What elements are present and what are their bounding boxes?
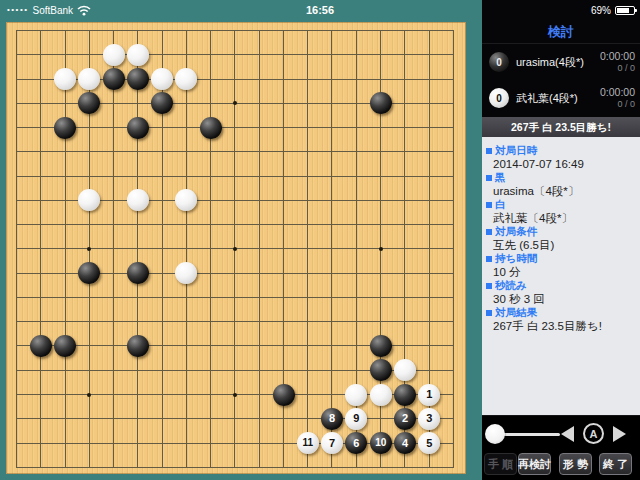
bullet-icon bbox=[486, 202, 492, 208]
info-item: 黒urasima〔4段*〕 bbox=[486, 171, 638, 198]
info-label: 秒読み bbox=[495, 279, 527, 293]
game-info-list: 対局日時2014-07-07 16:49黒urasima〔4段*〕白武礼葉〔4段… bbox=[482, 137, 640, 415]
go-stone-white bbox=[78, 189, 100, 211]
go-stone-black bbox=[127, 117, 149, 139]
player-name: urasima(4段*) bbox=[516, 44, 584, 80]
info-label: 対局結果 bbox=[495, 306, 537, 320]
go-stone-white: 11 bbox=[297, 432, 319, 454]
end-button[interactable]: 終 了 bbox=[599, 453, 632, 475]
go-stone-black bbox=[78, 262, 100, 284]
next-move-button[interactable] bbox=[613, 426, 626, 442]
go-stone-white: 5 bbox=[418, 432, 440, 454]
go-stone-white: 3 bbox=[418, 408, 440, 430]
info-item: 対局結果267手 白 23.5目勝ち! bbox=[486, 306, 638, 333]
info-label: 対局日時 bbox=[495, 144, 537, 158]
go-stone-white: 1 bbox=[418, 384, 440, 406]
go-stone-white bbox=[394, 359, 416, 381]
re-examine-button[interactable]: 再検討 bbox=[518, 453, 551, 475]
go-stone-white bbox=[370, 384, 392, 406]
info-label: 持ち時間 bbox=[495, 252, 537, 266]
bullet-icon bbox=[486, 175, 492, 181]
bullet-icon bbox=[486, 283, 492, 289]
player-periods: 0 / 0 bbox=[600, 63, 635, 73]
info-label-row: 対局結果 bbox=[486, 306, 638, 320]
star-point bbox=[87, 247, 91, 251]
info-label-row: 対局日時 bbox=[486, 144, 638, 158]
panel-header: 検討 bbox=[482, 20, 640, 44]
info-value: 30 秒 3 回 bbox=[486, 293, 638, 307]
clock-label: 16:56 bbox=[0, 0, 640, 20]
prev-move-button[interactable] bbox=[561, 426, 574, 442]
result-bar: 267手 白 23.5目勝ち! bbox=[482, 117, 640, 137]
player-clock: 0:00:00 bbox=[600, 86, 635, 98]
player-row: 0武礼葉(4段*)0:00:000 / 0 bbox=[482, 80, 640, 116]
app-screen: 1892311761045 検討 0urasima(4段*)0:00:000 /… bbox=[0, 0, 640, 480]
star-point bbox=[87, 393, 91, 397]
star-point bbox=[233, 247, 237, 251]
go-stone-black bbox=[370, 92, 392, 114]
info-value: 267手 白 23.5目勝ち! bbox=[486, 320, 638, 334]
status-right: 69% bbox=[591, 0, 635, 20]
info-item: 白武礼葉〔4段*〕 bbox=[486, 198, 638, 225]
go-stone-black: 10 bbox=[370, 432, 392, 454]
player-row: 0urasima(4段*)0:00:000 / 0 bbox=[482, 44, 640, 80]
go-stone-black bbox=[370, 335, 392, 357]
go-stone-white bbox=[345, 384, 367, 406]
go-stone-black: 4 bbox=[394, 432, 416, 454]
go-stone-white bbox=[103, 44, 125, 66]
panel-button-row: 手 順再検討形 勢終 了 bbox=[482, 453, 640, 475]
player-name: 武礼葉(4段*) bbox=[516, 80, 578, 116]
go-stone-black bbox=[200, 117, 222, 139]
move-slider-thumb[interactable] bbox=[485, 424, 505, 444]
star-point bbox=[233, 393, 237, 397]
go-stone-white: 9 bbox=[345, 408, 367, 430]
stones-layer: 1892311761045 bbox=[16, 30, 455, 469]
autoplay-button[interactable]: A bbox=[583, 423, 604, 444]
info-label: 白 bbox=[495, 198, 506, 212]
bullet-icon bbox=[486, 148, 492, 154]
battery-icon bbox=[615, 6, 635, 15]
go-stone-black bbox=[127, 335, 149, 357]
moves-button[interactable]: 手 順 bbox=[484, 453, 517, 475]
info-value: 2014-07-07 16:49 bbox=[486, 158, 638, 172]
go-stone-black bbox=[273, 384, 295, 406]
status-bar: ••••• SoftBank 16:56 69% bbox=[0, 0, 640, 20]
go-stone-white bbox=[127, 189, 149, 211]
go-stone-black bbox=[78, 92, 100, 114]
go-stone-black: 2 bbox=[394, 408, 416, 430]
battery-percent-label: 69% bbox=[591, 5, 611, 16]
go-stone-white bbox=[175, 262, 197, 284]
bullet-icon bbox=[486, 310, 492, 316]
info-label-row: 白 bbox=[486, 198, 638, 212]
black-stone-icon: 0 bbox=[489, 52, 509, 72]
player-times: 0:00:000 / 0 bbox=[600, 86, 635, 109]
go-stone-black bbox=[127, 262, 149, 284]
star-point bbox=[379, 247, 383, 251]
bullet-icon bbox=[486, 256, 492, 262]
star-point bbox=[233, 101, 237, 105]
info-label: 黒 bbox=[495, 171, 506, 185]
go-stone-white: 7 bbox=[321, 432, 343, 454]
player-list: 0urasima(4段*)0:00:000 / 00武礼葉(4段*)0:00:0… bbox=[482, 44, 640, 117]
bullet-icon bbox=[486, 229, 492, 235]
go-stone-white bbox=[127, 44, 149, 66]
info-item: 秒読み30 秒 3 回 bbox=[486, 279, 638, 306]
info-item: 持ち時間10 分 bbox=[486, 252, 638, 279]
info-label-row: 黒 bbox=[486, 171, 638, 185]
go-stone-white bbox=[151, 68, 173, 90]
player-clock: 0:00:00 bbox=[600, 50, 635, 62]
review-panel: 検討 0urasima(4段*)0:00:000 / 00武礼葉(4段*)0:0… bbox=[482, 0, 640, 480]
go-stone-black bbox=[54, 335, 76, 357]
info-value: 10 分 bbox=[486, 266, 638, 280]
go-stone-black: 6 bbox=[345, 432, 367, 454]
go-stone-white bbox=[175, 68, 197, 90]
player-times: 0:00:000 / 0 bbox=[600, 50, 635, 73]
go-stone-black: 8 bbox=[321, 408, 343, 430]
white-stone-icon: 0 bbox=[489, 88, 509, 108]
go-stone-black bbox=[370, 359, 392, 381]
info-value: 武礼葉〔4段*〕 bbox=[486, 212, 638, 226]
go-stone-white bbox=[175, 189, 197, 211]
info-value: 互先 (6.5目) bbox=[486, 239, 638, 253]
evaluation-button[interactable]: 形 勢 bbox=[559, 453, 592, 475]
player-periods: 0 / 0 bbox=[600, 99, 635, 109]
go-stone-black bbox=[30, 335, 52, 357]
info-label: 対局条件 bbox=[495, 225, 537, 239]
info-label-row: 持ち時間 bbox=[486, 252, 638, 266]
go-stone-white bbox=[54, 68, 76, 90]
go-stone-black bbox=[103, 68, 125, 90]
info-item: 対局条件互先 (6.5目) bbox=[486, 225, 638, 252]
go-stone-white bbox=[78, 68, 100, 90]
panel-title: 検討 bbox=[482, 20, 640, 44]
goban[interactable]: 1892311761045 bbox=[6, 22, 466, 474]
go-stone-black bbox=[54, 117, 76, 139]
playback-controls: A 手 順再検討形 勢終 了 bbox=[482, 415, 640, 480]
info-label-row: 秒読み bbox=[486, 279, 638, 293]
info-item: 対局日時2014-07-07 16:49 bbox=[486, 144, 638, 171]
info-label-row: 対局条件 bbox=[486, 225, 638, 239]
go-stone-black bbox=[151, 92, 173, 114]
go-stone-black bbox=[127, 68, 149, 90]
goban-lines: 1892311761045 bbox=[16, 30, 455, 469]
go-stone-black bbox=[394, 384, 416, 406]
info-value: urasima〔4段*〕 bbox=[486, 185, 638, 199]
